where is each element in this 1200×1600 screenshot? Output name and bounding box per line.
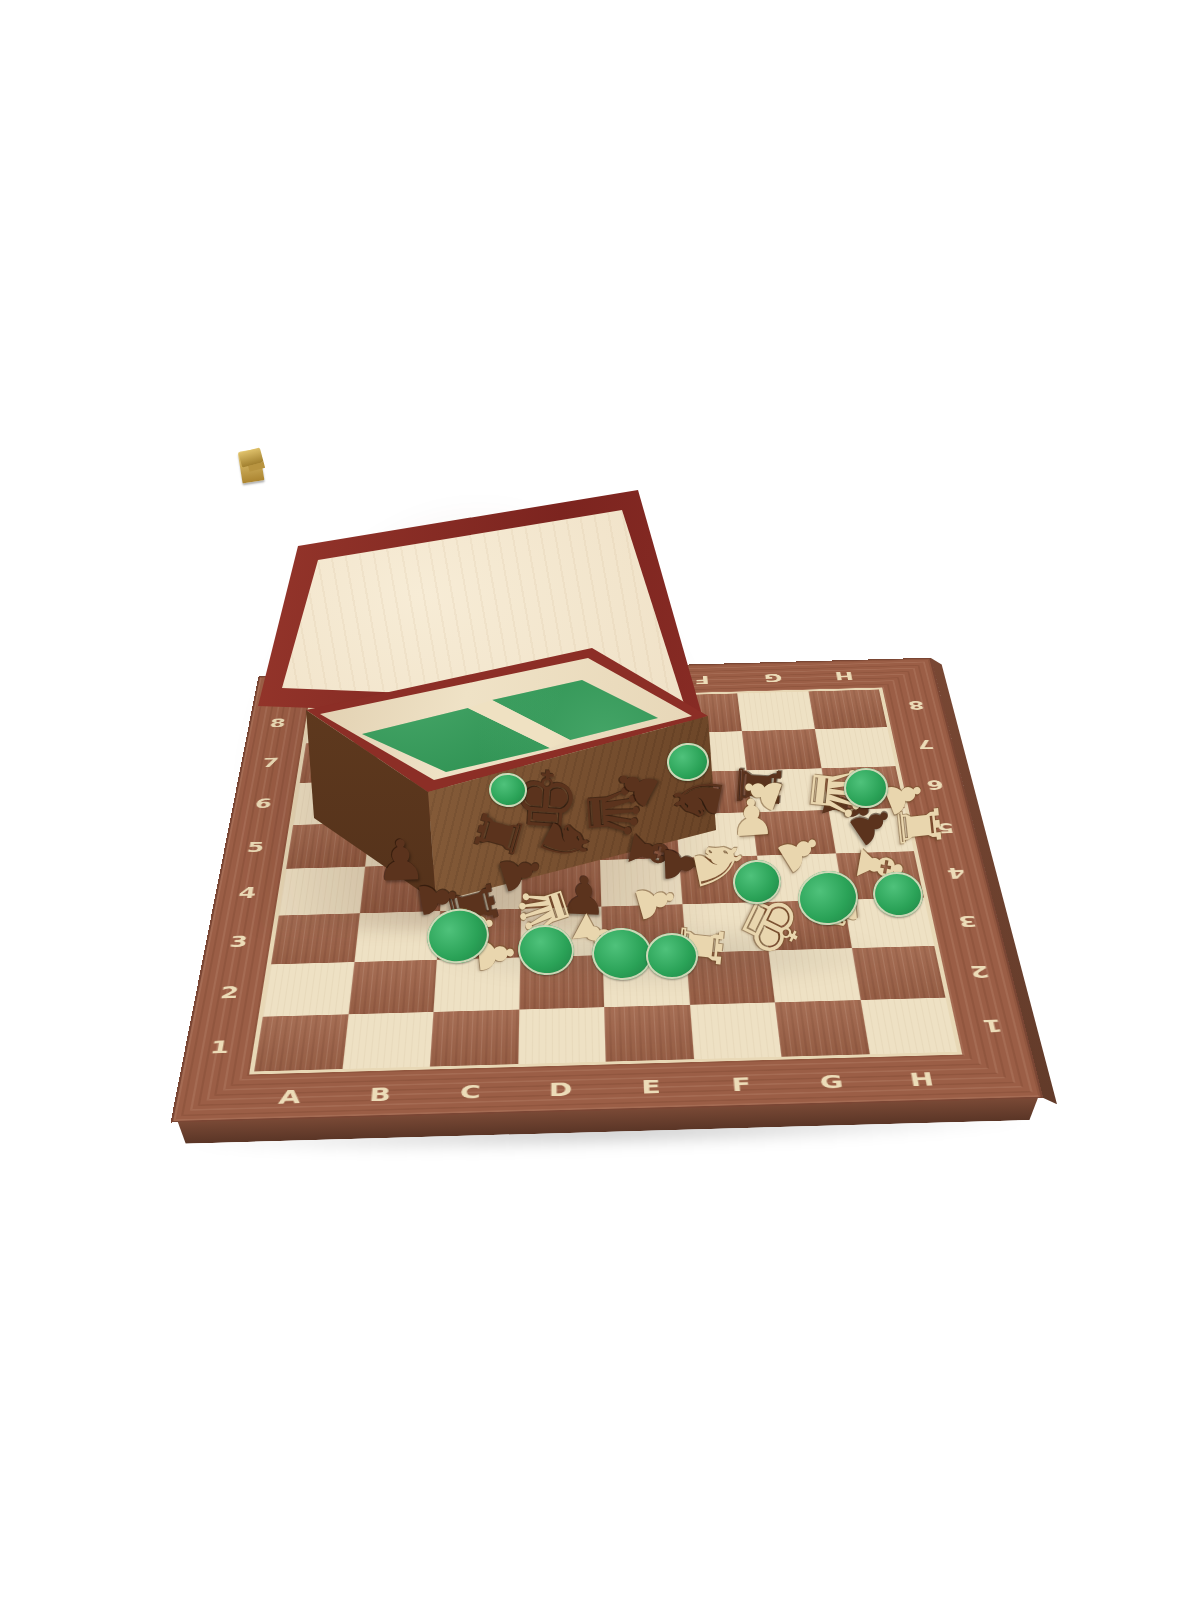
felt-base-4 xyxy=(646,933,698,979)
felt-base-7 xyxy=(844,768,888,808)
piece-heap: ♟♜♚♛♝♟♟♞♜♝♟♟♞♟♜♟♛♚♞♟♝♜♟♝♜♟♛♟♞♟♟♟ xyxy=(0,0,1200,1600)
felt-base-3 xyxy=(590,926,653,982)
product-photo: AABBCCDDEEFFGGHH8877665544332211 ♟♜♚♛♝♟♟… xyxy=(0,0,1200,1600)
